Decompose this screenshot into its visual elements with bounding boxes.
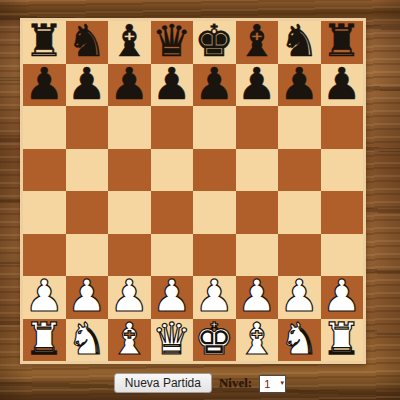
square-e5[interactable]: [193, 149, 236, 192]
square-h2[interactable]: ♟: [321, 276, 364, 319]
piece-black-pawn[interactable]: ♟: [322, 64, 361, 106]
level-select-wrap: 1 ▾: [259, 374, 286, 393]
square-g3[interactable]: [278, 234, 321, 277]
square-b3[interactable]: [66, 234, 109, 277]
square-f3[interactable]: [236, 234, 279, 277]
square-b1[interactable]: ♞: [66, 319, 109, 362]
square-f6[interactable]: [236, 106, 279, 149]
square-b8[interactable]: ♞: [66, 21, 109, 64]
piece-black-king[interactable]: ♚: [195, 21, 234, 63]
piece-white-pawn[interactable]: ♟: [25, 276, 64, 318]
square-a1[interactable]: ♜: [23, 319, 66, 362]
square-e8[interactable]: ♚: [193, 21, 236, 64]
square-g1[interactable]: ♞: [278, 319, 321, 362]
piece-black-pawn[interactable]: ♟: [152, 64, 191, 106]
square-d2[interactable]: ♟: [151, 276, 194, 319]
square-d7[interactable]: ♟: [151, 64, 194, 107]
square-h4[interactable]: [321, 191, 364, 234]
piece-black-rook[interactable]: ♜: [322, 21, 361, 63]
piece-black-rook[interactable]: ♜: [25, 21, 64, 63]
square-b4[interactable]: [66, 191, 109, 234]
square-a5[interactable]: [23, 149, 66, 192]
new-game-button[interactable]: Nueva Partida: [114, 373, 212, 393]
square-g7[interactable]: ♟: [278, 64, 321, 107]
wood-background: ♜♞♝♛♚♝♞♜♟♟♟♟♟♟♟♟♟♟♟♟♟♟♟♟♜♞♝♛♚♝♞♜ Nueva P…: [0, 0, 400, 400]
square-g2[interactable]: ♟: [278, 276, 321, 319]
level-select[interactable]: 1: [259, 375, 286, 393]
square-a4[interactable]: [23, 191, 66, 234]
square-h1[interactable]: ♜: [321, 319, 364, 362]
square-c3[interactable]: [108, 234, 151, 277]
square-g6[interactable]: [278, 106, 321, 149]
square-d5[interactable]: [151, 149, 194, 192]
square-a2[interactable]: ♟: [23, 276, 66, 319]
square-f8[interactable]: ♝: [236, 21, 279, 64]
square-b2[interactable]: ♟: [66, 276, 109, 319]
square-h5[interactable]: [321, 149, 364, 192]
square-f4[interactable]: [236, 191, 279, 234]
square-f7[interactable]: ♟: [236, 64, 279, 107]
square-g8[interactable]: ♞: [278, 21, 321, 64]
piece-white-pawn[interactable]: ♟: [195, 276, 234, 318]
square-b7[interactable]: ♟: [66, 64, 109, 107]
piece-black-knight[interactable]: ♞: [280, 21, 319, 63]
square-e7[interactable]: ♟: [193, 64, 236, 107]
piece-white-pawn[interactable]: ♟: [110, 276, 149, 318]
piece-black-pawn[interactable]: ♟: [237, 64, 276, 106]
piece-white-pawn[interactable]: ♟: [322, 276, 361, 318]
square-c2[interactable]: ♟: [108, 276, 151, 319]
piece-black-knight[interactable]: ♞: [67, 21, 106, 63]
piece-white-knight[interactable]: ♞: [67, 319, 106, 361]
square-c7[interactable]: ♟: [108, 64, 151, 107]
square-e6[interactable]: [193, 106, 236, 149]
square-f5[interactable]: [236, 149, 279, 192]
piece-white-pawn[interactable]: ♟: [280, 276, 319, 318]
piece-black-pawn[interactable]: ♟: [110, 64, 149, 106]
piece-white-pawn[interactable]: ♟: [237, 276, 276, 318]
piece-white-rook[interactable]: ♜: [322, 319, 361, 361]
square-h3[interactable]: [321, 234, 364, 277]
piece-white-pawn[interactable]: ♟: [67, 276, 106, 318]
piece-black-queen[interactable]: ♛: [152, 21, 191, 63]
square-e1[interactable]: ♚: [193, 319, 236, 362]
square-g5[interactable]: [278, 149, 321, 192]
piece-black-pawn[interactable]: ♟: [25, 64, 64, 106]
piece-black-pawn[interactable]: ♟: [280, 64, 319, 106]
piece-white-rook[interactable]: ♜: [25, 319, 64, 361]
square-b5[interactable]: [66, 149, 109, 192]
square-b6[interactable]: [66, 106, 109, 149]
piece-black-pawn[interactable]: ♟: [195, 64, 234, 106]
square-c6[interactable]: [108, 106, 151, 149]
square-e4[interactable]: [193, 191, 236, 234]
square-h8[interactable]: ♜: [321, 21, 364, 64]
square-c1[interactable]: ♝: [108, 319, 151, 362]
square-a3[interactable]: [23, 234, 66, 277]
piece-white-king[interactable]: ♚: [195, 319, 234, 361]
square-c8[interactable]: ♝: [108, 21, 151, 64]
square-h6[interactable]: [321, 106, 364, 149]
square-g4[interactable]: [278, 191, 321, 234]
square-d8[interactable]: ♛: [151, 21, 194, 64]
square-a7[interactable]: ♟: [23, 64, 66, 107]
square-a8[interactable]: ♜: [23, 21, 66, 64]
piece-white-bishop[interactable]: ♝: [237, 319, 276, 361]
piece-black-bishop[interactable]: ♝: [237, 21, 276, 63]
level-label: Nivel:: [219, 375, 252, 391]
square-c4[interactable]: [108, 191, 151, 234]
square-d6[interactable]: [151, 106, 194, 149]
square-e2[interactable]: ♟: [193, 276, 236, 319]
square-f2[interactable]: ♟: [236, 276, 279, 319]
control-bar: Nueva Partida Nivel: 1 ▾: [0, 372, 400, 394]
piece-black-pawn[interactable]: ♟: [67, 64, 106, 106]
piece-white-bishop[interactable]: ♝: [110, 319, 149, 361]
square-d1[interactable]: ♛: [151, 319, 194, 362]
square-h7[interactable]: ♟: [321, 64, 364, 107]
piece-white-pawn[interactable]: ♟: [152, 276, 191, 318]
square-c5[interactable]: [108, 149, 151, 192]
square-d4[interactable]: [151, 191, 194, 234]
square-f1[interactable]: ♝: [236, 319, 279, 362]
square-e3[interactable]: [193, 234, 236, 277]
piece-white-queen[interactable]: ♛: [152, 319, 191, 361]
piece-white-knight[interactable]: ♞: [280, 319, 319, 361]
piece-black-bishop[interactable]: ♝: [110, 21, 149, 63]
square-a6[interactable]: [23, 106, 66, 149]
chess-board: ♜♞♝♛♚♝♞♜♟♟♟♟♟♟♟♟♟♟♟♟♟♟♟♟♜♞♝♛♚♝♞♜: [20, 18, 366, 364]
square-d3[interactable]: [151, 234, 194, 277]
